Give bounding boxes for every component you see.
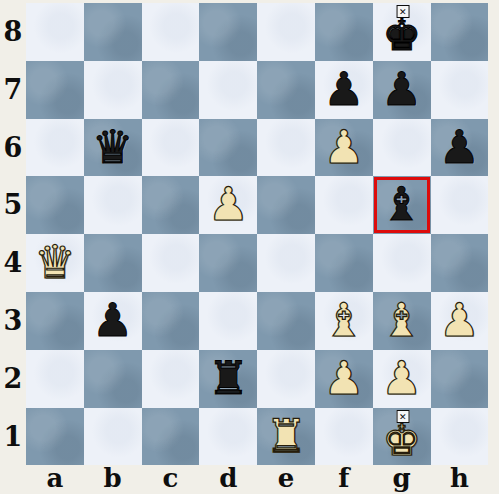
piece-white-pawn[interactable]: ♟: [208, 176, 249, 234]
square-d8[interactable]: [199, 3, 257, 61]
file-label-e: e: [257, 465, 315, 494]
square-f7[interactable]: ♟: [315, 61, 373, 119]
square-g5[interactable]: ♝: [373, 176, 431, 234]
file-label-a: a: [26, 465, 84, 494]
square-a6[interactable]: [26, 119, 84, 177]
square-e3[interactable]: [257, 292, 315, 350]
square-h3[interactable]: ♟: [431, 292, 489, 350]
piece-white-pawn[interactable]: ♟: [323, 350, 364, 408]
square-e5[interactable]: [257, 176, 315, 234]
square-e1[interactable]: ♜: [257, 408, 315, 466]
square-d2[interactable]: ♜: [199, 350, 257, 408]
square-d1[interactable]: [199, 408, 257, 466]
square-e7[interactable]: [257, 61, 315, 119]
rank-label-1: 1: [0, 408, 26, 466]
square-f2[interactable]: ♟: [315, 350, 373, 408]
file-label-c: c: [142, 465, 200, 494]
square-c1[interactable]: [142, 408, 200, 466]
square-g2[interactable]: ♟: [373, 350, 431, 408]
piece-white-bishop[interactable]: ♝: [323, 292, 364, 350]
square-a1[interactable]: [26, 408, 84, 466]
square-b5[interactable]: [84, 176, 142, 234]
piece-black-bishop[interactable]: ♝: [381, 176, 422, 234]
rank-label-7: 7: [0, 61, 26, 119]
piece-white-queen[interactable]: ♛: [34, 234, 75, 292]
piece-white-rook[interactable]: ♜: [265, 408, 306, 466]
rank-label-4: 4: [0, 234, 26, 292]
square-g6[interactable]: [373, 119, 431, 177]
square-g1[interactable]: ♚✕: [373, 408, 431, 466]
square-b1[interactable]: [84, 408, 142, 466]
square-f1[interactable]: [315, 408, 373, 466]
piece-white-pawn[interactable]: ♟: [381, 350, 422, 408]
square-h7[interactable]: [431, 61, 489, 119]
square-h2[interactable]: [431, 350, 489, 408]
chess-diagram: 87654321 ♚✕♟♟♛♟♟♟♝♛♟♝♝♟♜♟♟♜♚✕ abcdefgh: [0, 0, 499, 494]
square-a7[interactable]: [26, 61, 84, 119]
piece-black-pawn[interactable]: ♟: [92, 292, 133, 350]
file-label-f: f: [315, 465, 373, 494]
square-f8[interactable]: [315, 3, 373, 61]
square-a5[interactable]: [26, 176, 84, 234]
square-e6[interactable]: [257, 119, 315, 177]
square-b3[interactable]: ♟: [84, 292, 142, 350]
square-c7[interactable]: [142, 61, 200, 119]
square-f3[interactable]: ♝: [315, 292, 373, 350]
square-g8[interactable]: ♚✕: [373, 3, 431, 61]
square-h4[interactable]: [431, 234, 489, 292]
square-c3[interactable]: [142, 292, 200, 350]
square-d7[interactable]: [199, 61, 257, 119]
king-marker-icon: ✕: [396, 410, 409, 423]
square-c5[interactable]: [142, 176, 200, 234]
square-c2[interactable]: [142, 350, 200, 408]
square-f6[interactable]: ♟: [315, 119, 373, 177]
square-f5[interactable]: [315, 176, 373, 234]
square-b2[interactable]: [84, 350, 142, 408]
square-b8[interactable]: [84, 3, 142, 61]
square-a2[interactable]: [26, 350, 84, 408]
square-a3[interactable]: [26, 292, 84, 350]
square-c6[interactable]: [142, 119, 200, 177]
piece-black-pawn[interactable]: ♟: [381, 61, 422, 119]
square-e8[interactable]: [257, 3, 315, 61]
piece-black-pawn[interactable]: ♟: [439, 119, 480, 177]
square-g4[interactable]: [373, 234, 431, 292]
rank-label-6: 6: [0, 119, 26, 177]
file-label-d: d: [199, 465, 257, 494]
board: ♚✕♟♟♛♟♟♟♝♛♟♝♝♟♜♟♟♜♚✕: [26, 3, 488, 465]
rank-label-2: 2: [0, 350, 26, 408]
piece-black-pawn[interactable]: ♟: [323, 61, 364, 119]
rank-label-3: 3: [0, 292, 26, 350]
square-b7[interactable]: [84, 61, 142, 119]
square-h8[interactable]: [431, 3, 489, 61]
square-c4[interactable]: [142, 234, 200, 292]
king-marker-icon: ✕: [396, 5, 409, 18]
square-d4[interactable]: [199, 234, 257, 292]
piece-black-rook[interactable]: ♜: [208, 350, 249, 408]
square-c8[interactable]: [142, 3, 200, 61]
square-d6[interactable]: [199, 119, 257, 177]
piece-black-queen[interactable]: ♛: [92, 119, 133, 177]
rank-label-8: 8: [0, 3, 26, 61]
square-h6[interactable]: ♟: [431, 119, 489, 177]
square-h5[interactable]: [431, 176, 489, 234]
square-a4[interactable]: ♛: [26, 234, 84, 292]
square-e4[interactable]: [257, 234, 315, 292]
square-g3[interactable]: ♝: [373, 292, 431, 350]
square-d3[interactable]: [199, 292, 257, 350]
square-b6[interactable]: ♛: [84, 119, 142, 177]
file-label-h: h: [431, 465, 489, 494]
piece-white-pawn[interactable]: ♟: [439, 292, 480, 350]
square-e2[interactable]: [257, 350, 315, 408]
square-b4[interactable]: [84, 234, 142, 292]
piece-white-pawn[interactable]: ♟: [323, 119, 364, 177]
square-f4[interactable]: [315, 234, 373, 292]
square-h1[interactable]: [431, 408, 489, 466]
square-a8[interactable]: [26, 3, 84, 61]
rank-label-5: 5: [0, 176, 26, 234]
square-d5[interactable]: ♟: [199, 176, 257, 234]
file-label-b: b: [84, 465, 142, 494]
square-g7[interactable]: ♟: [373, 61, 431, 119]
piece-white-bishop[interactable]: ♝: [381, 292, 422, 350]
